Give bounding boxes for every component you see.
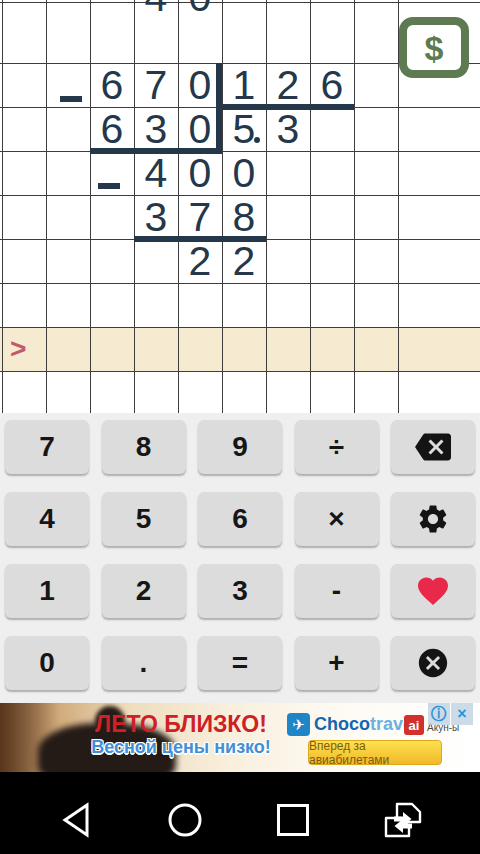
back-button[interactable]	[55, 798, 99, 842]
key-settings[interactable]	[391, 492, 475, 546]
ai-logo-icon: ai	[404, 715, 424, 735]
board-cell-r5c5: 8	[222, 195, 266, 239]
brand-name-bold: Choco	[314, 714, 370, 735]
worksheet-canvas[interactable]: > 406701266305340037822 $	[0, 0, 480, 413]
board-cell-r3c5: 5	[222, 107, 266, 151]
home-icon	[167, 802, 203, 838]
board-cell-r0c4: 0	[178, 0, 222, 19]
key-favorite[interactable]	[391, 564, 475, 618]
backspace-icon	[415, 429, 451, 465]
dollar-icon: $	[425, 31, 444, 65]
keypad: 789÷456×123-0.=+	[0, 413, 480, 703]
chocotravel-logo: ✈ Chocotravel	[287, 713, 418, 736]
minus-before-670	[60, 96, 82, 102]
switch-apps-icon	[383, 801, 423, 839]
key-2[interactable]: 2	[102, 564, 186, 618]
settings-icon	[416, 502, 450, 536]
board-cell-r4c3: 4	[134, 151, 178, 195]
ad-close-icon[interactable]: ×	[451, 703, 473, 725]
app-screen: > 406701266305340037822 $ 789÷456×123-0.…	[0, 0, 480, 854]
back-icon	[60, 801, 94, 839]
favorite-icon	[415, 573, 451, 609]
key--[interactable]: -	[295, 564, 379, 618]
board-cell-r4c4: 0	[178, 151, 222, 195]
home-button[interactable]	[163, 798, 207, 842]
board-cell-r6c5: 2	[222, 239, 266, 283]
premium-dollar-button[interactable]: $	[399, 17, 469, 78]
switch-apps-button[interactable]	[381, 798, 425, 842]
key-×[interactable]: ×	[295, 492, 379, 546]
key-=[interactable]: =	[198, 636, 282, 690]
ad-cta-button[interactable]: Вперед за авиабилетами	[308, 740, 442, 765]
key-4[interactable]: 4	[5, 492, 89, 546]
board-cell-r2c6: 2	[266, 63, 310, 107]
board-cell-r2c3: 7	[134, 63, 178, 107]
key-5[interactable]: 5	[102, 492, 186, 546]
key-8[interactable]: 8	[102, 420, 186, 474]
decimal-point	[254, 137, 260, 143]
key-+[interactable]: +	[295, 636, 379, 690]
key-÷[interactable]: ÷	[295, 420, 379, 474]
board-cell-r2c2: 6	[90, 63, 134, 107]
key-3[interactable]: 3	[198, 564, 282, 618]
key-1[interactable]: 1	[5, 564, 89, 618]
key-0[interactable]: 0	[5, 636, 89, 690]
underline-divisor-126	[216, 104, 354, 110]
board-cell-r5c4: 7	[178, 195, 222, 239]
board-cell-r3c6: 3	[266, 107, 310, 151]
board-cell-r3c3: 3	[134, 107, 178, 151]
board-cell-r5c3: 3	[134, 195, 178, 239]
underline-378	[134, 236, 266, 242]
minus-before-400	[98, 183, 120, 189]
board-cell-r6c4: 2	[178, 239, 222, 283]
key-7[interactable]: 7	[5, 420, 89, 474]
board-cell-r2c7: 6	[310, 63, 354, 107]
board-cell-r3c2: 6	[90, 107, 134, 151]
ad-banner[interactable]: ЛЕТО БЛИЗКО! Весной цены низко! ✈ Chocot…	[0, 703, 480, 772]
underline-630	[90, 148, 222, 154]
key-6[interactable]: 6	[198, 492, 282, 546]
ad-headline: ЛЕТО БЛИЗКО!	[80, 712, 282, 736]
adchoices-controls: ⓘ ×	[428, 703, 473, 725]
key-.[interactable]: .	[102, 636, 186, 690]
board-cell-r2c5: 1	[222, 63, 266, 107]
board-cell-r0c3: 4	[134, 0, 178, 19]
close-icon	[416, 646, 450, 680]
ad-info-icon[interactable]: ⓘ	[428, 703, 450, 725]
recents-button[interactable]	[271, 798, 315, 842]
ad-subheadline: Весной цены низко!	[76, 737, 286, 758]
board-cell-r4c5: 0	[222, 151, 266, 195]
key-close[interactable]	[391, 636, 475, 690]
android-navbar	[0, 772, 480, 854]
key-9[interactable]: 9	[198, 420, 282, 474]
key-backspace[interactable]	[391, 420, 475, 474]
recents-icon	[275, 802, 311, 838]
airplane-icon: ✈	[287, 713, 310, 736]
